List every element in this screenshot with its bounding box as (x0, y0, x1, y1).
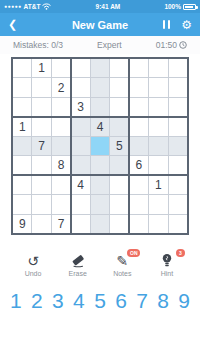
cell-r3c3[interactable] (52, 98, 70, 116)
cell-r9c2[interactable] (32, 215, 50, 233)
number-pad: 123456789 (0, 290, 200, 311)
cell-r2c4[interactable] (71, 78, 89, 96)
cell-r6c3[interactable]: 8 (52, 156, 70, 174)
clock-time: 9:41 AM (96, 3, 121, 10)
hint-button[interactable]: 3 Hint (148, 252, 186, 277)
pencil-notes-icon: ✎ (116, 252, 128, 268)
notes-state-badge: ON (127, 249, 140, 257)
cell-r6c6[interactable] (110, 156, 128, 174)
numpad-key-2[interactable]: 2 (31, 290, 43, 311)
cell-r1c1[interactable] (13, 59, 31, 77)
notes-label: Notes (113, 270, 131, 277)
cell-r2c8[interactable] (149, 78, 167, 96)
cell-r8c1[interactable] (13, 195, 31, 213)
cell-r3c2[interactable] (32, 98, 50, 116)
lightbulb-hint-icon (161, 252, 173, 268)
cell-r4c3[interactable] (52, 117, 70, 135)
cell-r1c2[interactable]: 1 (32, 59, 50, 77)
notes-button[interactable]: ON ✎ Notes (103, 252, 141, 277)
cell-r5c2[interactable]: 7 (32, 137, 50, 155)
cell-r6c8[interactable] (149, 156, 167, 174)
cell-r2c1[interactable] (13, 78, 31, 96)
cell-r8c9[interactable] (169, 195, 187, 213)
cell-r9c9[interactable] (169, 215, 187, 233)
cell-r9c4[interactable] (71, 215, 89, 233)
status-bar: ●●●●● AT&T 9:41 AM 100% (0, 0, 200, 13)
cell-r3c5[interactable] (91, 98, 109, 116)
cell-r2c5[interactable] (91, 78, 109, 96)
cell-r6c1[interactable] (13, 156, 31, 174)
cell-r8c4[interactable] (71, 195, 89, 213)
cell-r6c2[interactable] (32, 156, 50, 174)
cell-r4c2[interactable] (32, 117, 50, 135)
wifi-icon (42, 3, 51, 10)
settings-gear-icon[interactable]: ⚙ (181, 19, 192, 31)
back-button[interactable]: ❮ (8, 19, 24, 30)
cell-r1c7[interactable] (130, 59, 148, 77)
cell-r3c1[interactable] (13, 98, 31, 116)
cell-r2c7[interactable] (130, 78, 148, 96)
info-bar: Mistakes: 0/3 Expert 01:50 (0, 36, 200, 54)
pause-button[interactable] (161, 18, 173, 31)
toolbar: ↺ Undo Erase ON ✎ Notes 3 Hint (0, 252, 200, 277)
cell-r7c3[interactable] (52, 176, 70, 194)
numpad-key-6[interactable]: 6 (115, 290, 127, 311)
cell-r3c7[interactable] (130, 98, 148, 116)
cell-r5c3[interactable] (52, 137, 70, 155)
numpad-key-7[interactable]: 7 (136, 290, 148, 311)
cell-r2c3[interactable]: 2 (52, 78, 70, 96)
hint-label: Hint (161, 270, 173, 277)
cell-r3c6[interactable] (110, 98, 128, 116)
battery-icon (183, 4, 196, 10)
cell-r7c9[interactable] (169, 176, 187, 194)
cell-r7c7[interactable] (130, 176, 148, 194)
numpad-key-8[interactable]: 8 (157, 290, 169, 311)
cell-r5c4[interactable] (71, 137, 89, 155)
cell-r3c8[interactable] (149, 98, 167, 116)
cell-r7c8[interactable]: 1 (149, 176, 167, 194)
undo-icon: ↺ (27, 252, 39, 268)
cell-r2c6[interactable] (110, 78, 128, 96)
hint-count-badge: 3 (176, 249, 185, 257)
sudoku-board[interactable]: 1231475864197 (11, 57, 189, 235)
cell-r7c4[interactable]: 4 (71, 176, 89, 194)
numpad-key-9[interactable]: 9 (178, 290, 190, 311)
cell-r1c4[interactable] (71, 59, 89, 77)
cell-r6c5[interactable] (91, 156, 109, 174)
cell-r6c7[interactable]: 6 (130, 156, 148, 174)
cell-r1c3[interactable] (52, 59, 70, 77)
cell-r9c3[interactable]: 7 (52, 215, 70, 233)
cell-r9c8[interactable] (149, 215, 167, 233)
erase-button[interactable]: Erase (59, 252, 97, 277)
cell-r4c6[interactable] (110, 117, 128, 135)
cell-r4c5[interactable]: 4 (91, 117, 109, 135)
cell-r9c7[interactable] (130, 215, 148, 233)
cell-r4c1[interactable]: 1 (13, 117, 31, 135)
cell-r4c8[interactable] (149, 117, 167, 135)
carrier-label: AT&T (24, 3, 41, 10)
cell-r5c5[interactable] (91, 137, 109, 155)
signal-strength-icon: ●●●●● (4, 4, 22, 9)
cell-r7c2[interactable] (32, 176, 50, 194)
cell-r8c8[interactable] (149, 195, 167, 213)
cell-r5c7[interactable] (130, 137, 148, 155)
undo-button[interactable]: ↺ Undo (14, 252, 52, 277)
cell-r4c4[interactable] (71, 117, 89, 135)
eraser-icon (70, 252, 86, 268)
cell-r8c2[interactable] (32, 195, 50, 213)
numpad-key-4[interactable]: 4 (73, 290, 85, 311)
cell-r7c5[interactable] (91, 176, 109, 194)
cell-r1c8[interactable] (149, 59, 167, 77)
timer-clock-icon (179, 41, 187, 49)
cell-r1c5[interactable] (91, 59, 109, 77)
numpad-key-1[interactable]: 1 (10, 290, 22, 311)
cell-r7c6[interactable] (110, 176, 128, 194)
cell-r8c7[interactable] (130, 195, 148, 213)
cell-r9c1[interactable]: 9 (13, 215, 31, 233)
cell-r3c9[interactable] (169, 98, 187, 116)
timer-value: 01:50 (156, 40, 177, 50)
cell-r6c9[interactable] (169, 156, 187, 174)
cell-r8c5[interactable] (91, 195, 109, 213)
cell-r8c6[interactable] (110, 195, 128, 213)
cell-r2c9[interactable] (169, 78, 187, 96)
cell-r1c6[interactable] (110, 59, 128, 77)
numpad-key-5[interactable]: 5 (94, 290, 106, 311)
cell-r7c1[interactable] (13, 176, 31, 194)
nav-bar: ❮ New Game ⚙ (0, 13, 200, 36)
cell-r4c7[interactable] (130, 117, 148, 135)
cell-r6c4[interactable] (71, 156, 89, 174)
erase-label: Erase (69, 270, 87, 277)
difficulty-label: Expert (97, 40, 122, 50)
sudoku-board-wrap: 1231475864197 (11, 57, 189, 235)
cell-r9c5[interactable] (91, 215, 109, 233)
cell-r3c4[interactable]: 3 (71, 98, 89, 116)
battery-percent: 100% (164, 3, 181, 10)
cell-r5c8[interactable] (149, 137, 167, 155)
cell-r8c3[interactable] (52, 195, 70, 213)
cell-r4c9[interactable] (169, 117, 187, 135)
undo-label: Undo (25, 270, 42, 277)
cell-r5c9[interactable] (169, 137, 187, 155)
numpad-key-3[interactable]: 3 (52, 290, 64, 311)
cell-r5c6[interactable]: 5 (110, 137, 128, 155)
mistakes-counter: Mistakes: 0/3 (13, 40, 63, 50)
cell-r9c6[interactable] (110, 215, 128, 233)
cell-r5c1[interactable] (13, 137, 31, 155)
cell-r2c2[interactable] (32, 78, 50, 96)
cell-r1c9[interactable] (169, 59, 187, 77)
